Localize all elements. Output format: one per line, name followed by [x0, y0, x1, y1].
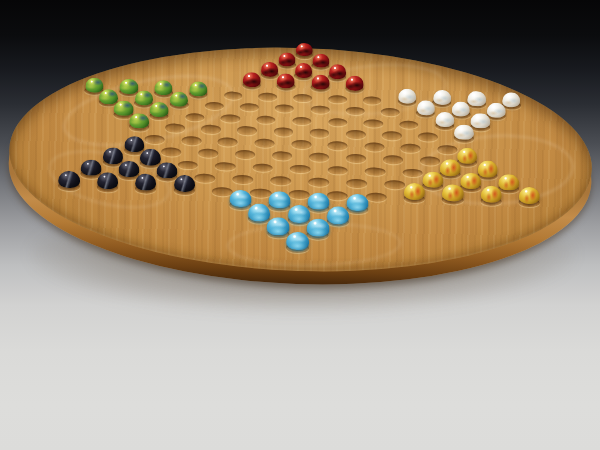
hole[interactable]	[363, 96, 382, 105]
green-marble[interactable]	[154, 80, 173, 95]
yellow-marble[interactable]	[480, 186, 502, 204]
hole[interactable]	[237, 126, 257, 135]
green-marble[interactable]	[99, 89, 118, 105]
hole[interactable]	[181, 136, 201, 145]
pearl-white-marble[interactable]	[433, 89, 452, 104]
pearl-white-marble[interactable]	[502, 92, 521, 107]
hole[interactable]	[252, 163, 273, 172]
red-marble[interactable]	[312, 53, 330, 67]
hole[interactable]	[165, 124, 185, 133]
hole[interactable]	[346, 179, 367, 189]
hole[interactable]	[256, 115, 276, 124]
hole[interactable]	[420, 156, 441, 165]
hole[interactable]	[201, 125, 221, 134]
hole[interactable]	[346, 154, 367, 163]
hole[interactable]	[288, 190, 310, 200]
hole[interactable]	[254, 139, 274, 148]
blue-marble[interactable]	[248, 203, 271, 221]
hole[interactable]	[364, 142, 384, 151]
hole[interactable]	[273, 127, 293, 136]
red-marble[interactable]	[242, 72, 261, 87]
blue-marble[interactable]	[307, 192, 329, 210]
hole[interactable]	[363, 119, 383, 128]
pearl-white-marble[interactable]	[435, 112, 455, 128]
blue-marble[interactable]	[346, 194, 368, 212]
pearl-white-marble[interactable]	[398, 88, 417, 103]
blue-marble[interactable]	[327, 206, 350, 224]
yellow-marble[interactable]	[460, 172, 482, 190]
hole[interactable]	[328, 95, 347, 104]
blue-marble[interactable]	[268, 191, 290, 209]
hole[interactable]	[437, 145, 457, 154]
hole[interactable]	[198, 149, 219, 158]
red-marble[interactable]	[328, 64, 346, 79]
hole[interactable]	[327, 191, 349, 201]
hole[interactable]	[365, 192, 387, 202]
black-marble[interactable]	[58, 171, 80, 189]
hole[interactable]	[194, 174, 215, 184]
pearl-white-marble[interactable]	[467, 91, 486, 106]
yellow-marble[interactable]	[477, 161, 498, 178]
black-marble[interactable]	[124, 136, 145, 153]
hole[interactable]	[309, 129, 329, 138]
hole[interactable]	[177, 160, 198, 169]
hole[interactable]	[365, 167, 386, 176]
blue-marble[interactable]	[230, 190, 252, 208]
yellow-marble[interactable]	[457, 148, 478, 165]
hole[interactable]	[327, 141, 347, 150]
black-marble[interactable]	[81, 159, 103, 177]
hole[interactable]	[204, 102, 223, 111]
hole[interactable]	[399, 120, 419, 129]
green-marble[interactable]	[85, 77, 104, 92]
hole[interactable]	[218, 137, 238, 146]
hole[interactable]	[221, 114, 241, 123]
red-marble[interactable]	[294, 63, 312, 78]
black-marble[interactable]	[140, 149, 161, 166]
hole[interactable]	[292, 116, 312, 125]
hole[interactable]	[346, 130, 366, 139]
pearl-white-marble[interactable]	[487, 102, 506, 118]
black-marble[interactable]	[97, 172, 119, 190]
hole[interactable]	[327, 166, 348, 175]
hole[interactable]	[145, 135, 165, 144]
hole[interactable]	[291, 140, 311, 149]
hole[interactable]	[235, 150, 256, 159]
hole-grid	[0, 0, 600, 450]
hole[interactable]	[383, 155, 404, 164]
black-marble[interactable]	[118, 160, 140, 178]
hole[interactable]	[270, 176, 291, 186]
red-marble[interactable]	[311, 74, 330, 89]
hole[interactable]	[215, 162, 236, 171]
photo-scene	[0, 0, 600, 450]
black-marble[interactable]	[102, 147, 123, 164]
hole[interactable]	[258, 93, 277, 102]
yellow-marble[interactable]	[442, 184, 464, 202]
hole[interactable]	[381, 108, 400, 117]
hole[interactable]	[310, 106, 329, 115]
black-marble[interactable]	[156, 162, 178, 180]
hole[interactable]	[161, 147, 182, 156]
hole[interactable]	[240, 103, 259, 112]
pearl-white-marble[interactable]	[471, 113, 491, 129]
red-marble[interactable]	[261, 62, 279, 77]
blue-marble[interactable]	[267, 217, 290, 236]
yellow-marble[interactable]	[404, 183, 426, 201]
hole[interactable]	[382, 131, 402, 140]
hole[interactable]	[402, 168, 423, 177]
hole[interactable]	[290, 164, 311, 173]
hole[interactable]	[185, 113, 205, 122]
hole[interactable]	[224, 91, 243, 100]
green-marble[interactable]	[120, 78, 139, 93]
hole[interactable]	[418, 132, 438, 141]
green-marble[interactable]	[169, 91, 188, 107]
green-marble[interactable]	[114, 101, 134, 117]
hole[interactable]	[328, 118, 348, 127]
hole[interactable]	[293, 94, 312, 103]
blue-marble[interactable]	[287, 205, 310, 223]
hole[interactable]	[309, 153, 330, 162]
hole[interactable]	[308, 177, 329, 187]
hole[interactable]	[232, 175, 253, 185]
hole[interactable]	[272, 151, 293, 160]
hole[interactable]	[345, 107, 364, 116]
black-marble[interactable]	[173, 175, 195, 193]
red-marble[interactable]	[277, 73, 296, 88]
hole[interactable]	[401, 144, 421, 153]
green-marble[interactable]	[129, 113, 149, 129]
blue-marble[interactable]	[307, 218, 330, 237]
pearl-white-marble[interactable]	[454, 124, 474, 140]
hole[interactable]	[384, 180, 405, 190]
yellow-marble[interactable]	[498, 174, 520, 192]
chinese-checkers-board	[0, 0, 600, 450]
green-marble[interactable]	[189, 81, 208, 96]
yellow-marble[interactable]	[440, 159, 461, 176]
hole[interactable]	[275, 104, 294, 113]
red-marble[interactable]	[296, 43, 313, 57]
yellow-marble[interactable]	[422, 171, 444, 189]
green-marble[interactable]	[134, 90, 153, 106]
red-marble[interactable]	[278, 52, 296, 66]
red-marble[interactable]	[345, 76, 364, 91]
